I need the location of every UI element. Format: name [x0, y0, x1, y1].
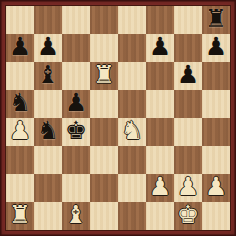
square-h5[interactable]	[202, 90, 230, 118]
square-b7[interactable]: ♟	[34, 34, 62, 62]
square-a4[interactable]: ♟	[6, 118, 34, 146]
square-g5[interactable]	[174, 90, 202, 118]
white-pawn-h2[interactable]: ♟	[205, 174, 227, 201]
square-h8[interactable]: ♜	[202, 6, 230, 34]
square-h3[interactable]	[202, 146, 230, 174]
square-e5[interactable]	[118, 90, 146, 118]
square-g3[interactable]	[174, 146, 202, 174]
square-d6[interactable]: ♜	[90, 62, 118, 90]
square-e6[interactable]	[118, 62, 146, 90]
square-g4[interactable]	[174, 118, 202, 146]
square-a7[interactable]: ♟	[6, 34, 34, 62]
square-f4[interactable]	[146, 118, 174, 146]
square-e8[interactable]	[118, 6, 146, 34]
square-h7[interactable]: ♟	[202, 34, 230, 62]
square-f8[interactable]	[146, 6, 174, 34]
square-e7[interactable]	[118, 34, 146, 62]
black-pawn-h7[interactable]: ♟	[205, 34, 227, 61]
square-b5[interactable]	[34, 90, 62, 118]
square-e4[interactable]: ♞	[118, 118, 146, 146]
square-b1[interactable]	[34, 202, 62, 230]
white-pawn-g2[interactable]: ♟	[177, 174, 199, 201]
square-d1[interactable]	[90, 202, 118, 230]
black-king-c4[interactable]: ♚	[65, 118, 87, 145]
black-bishop-b6[interactable]: ♝	[37, 62, 59, 89]
black-pawn-f7[interactable]: ♟	[149, 34, 171, 61]
square-c5[interactable]: ♟	[62, 90, 90, 118]
square-f3[interactable]	[146, 146, 174, 174]
square-a1[interactable]: ♜	[6, 202, 34, 230]
square-b3[interactable]	[34, 146, 62, 174]
square-c3[interactable]	[62, 146, 90, 174]
square-b2[interactable]	[34, 174, 62, 202]
square-g7[interactable]	[174, 34, 202, 62]
white-pawn-a4[interactable]: ♟	[9, 118, 31, 145]
square-f2[interactable]: ♟	[146, 174, 174, 202]
square-b4[interactable]: ♞	[34, 118, 62, 146]
square-f5[interactable]	[146, 90, 174, 118]
square-c1[interactable]: ♝	[62, 202, 90, 230]
square-f7[interactable]: ♟	[146, 34, 174, 62]
square-f1[interactable]	[146, 202, 174, 230]
black-knight-a5[interactable]: ♞	[9, 90, 31, 117]
white-king-g1[interactable]: ♚	[177, 202, 199, 229]
white-rook-d6[interactable]: ♜	[93, 62, 115, 89]
white-knight-e4[interactable]: ♞	[121, 118, 143, 145]
square-a8[interactable]	[6, 6, 34, 34]
square-h6[interactable]	[202, 62, 230, 90]
square-c7[interactable]	[62, 34, 90, 62]
square-g2[interactable]: ♟	[174, 174, 202, 202]
square-b8[interactable]	[34, 6, 62, 34]
board-frame: ♜♟♟♟♟♝♜♟♞♟♟♞♚♞♟♟♟♜♝♚	[0, 0, 236, 236]
square-g6[interactable]: ♟	[174, 62, 202, 90]
square-h2[interactable]: ♟	[202, 174, 230, 202]
square-e2[interactable]	[118, 174, 146, 202]
black-pawn-c5[interactable]: ♟	[65, 90, 87, 117]
square-g8[interactable]	[174, 6, 202, 34]
square-h1[interactable]	[202, 202, 230, 230]
square-a3[interactable]	[6, 146, 34, 174]
square-d2[interactable]	[90, 174, 118, 202]
white-rook-a1[interactable]: ♜	[9, 202, 31, 229]
square-d3[interactable]	[90, 146, 118, 174]
square-d8[interactable]	[90, 6, 118, 34]
chess-board: ♜♟♟♟♟♝♜♟♞♟♟♞♚♞♟♟♟♜♝♚	[6, 6, 230, 230]
square-h4[interactable]	[202, 118, 230, 146]
square-d4[interactable]	[90, 118, 118, 146]
square-e1[interactable]	[118, 202, 146, 230]
white-bishop-c1[interactable]: ♝	[65, 202, 87, 229]
black-pawn-a7[interactable]: ♟	[9, 34, 31, 61]
square-f6[interactable]	[146, 62, 174, 90]
square-g1[interactable]: ♚	[174, 202, 202, 230]
square-b6[interactable]: ♝	[34, 62, 62, 90]
square-a5[interactable]: ♞	[6, 90, 34, 118]
square-a6[interactable]	[6, 62, 34, 90]
white-pawn-f2[interactable]: ♟	[149, 174, 171, 201]
square-d7[interactable]	[90, 34, 118, 62]
black-pawn-b7[interactable]: ♟	[37, 34, 59, 61]
square-e3[interactable]	[118, 146, 146, 174]
square-a2[interactable]	[6, 174, 34, 202]
black-pawn-g6[interactable]: ♟	[177, 62, 199, 89]
square-c2[interactable]	[62, 174, 90, 202]
square-d5[interactable]	[90, 90, 118, 118]
black-rook-h8[interactable]: ♜	[205, 6, 227, 33]
black-knight-b4[interactable]: ♞	[37, 118, 59, 145]
square-c6[interactable]	[62, 62, 90, 90]
square-c4[interactable]: ♚	[62, 118, 90, 146]
square-c8[interactable]	[62, 6, 90, 34]
